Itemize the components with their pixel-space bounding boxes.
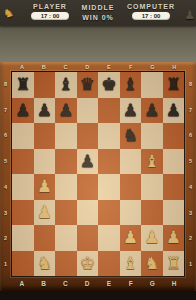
file-bottom-f: F [120,277,142,290]
square-h1[interactable]: ♜ [163,251,185,277]
square-e8[interactable]: ♚ [98,72,120,98]
square-a1[interactable] [12,251,34,277]
white-pawn-b3[interactable]: ♟ [34,200,56,226]
square-b1[interactable]: ♞ [34,251,56,277]
square-b8[interactable] [34,72,56,98]
chess-board-frame: ABCDEFGH 87654321 87654321 ♜♝♛♚♝♜♟♟♟♟♟♟♞… [0,62,196,291]
white-knight-g1[interactable]: ♞ [141,251,163,277]
file-top-e: E [98,62,120,71]
square-g8[interactable] [141,72,163,98]
square-h7[interactable]: ♟ [163,98,185,124]
file-bottom-c: C [55,277,77,290]
square-f1[interactable]: ♝ [120,251,142,277]
black-pawn-g7[interactable]: ♟ [141,98,163,124]
black-pawn-c7[interactable]: ♟ [55,98,77,124]
square-a7[interactable]: ♟ [12,98,34,124]
square-b5[interactable] [34,149,56,175]
square-d1[interactable]: ♚ [77,251,99,277]
rank-right-8: 8 [186,71,195,97]
file-top-c: C [55,62,77,71]
square-a8[interactable]: ♜ [12,72,34,98]
white-knight-b1[interactable]: ♞ [34,251,56,277]
black-knight-f6[interactable]: ♞ [120,123,142,149]
black-pawn-h7[interactable]: ♟ [163,98,185,124]
file-bottom-b: B [33,277,55,290]
bottom-strip [0,291,196,300]
file-bottom-a: A [11,277,33,290]
file-labels-top: ABCDEFGH [11,62,185,71]
square-e3[interactable] [98,200,120,226]
square-d7[interactable] [77,98,99,124]
square-b2[interactable] [34,225,56,251]
computer-label: COMPUTER [122,3,180,10]
black-pawn-b7[interactable]: ♟ [34,98,56,124]
square-g4[interactable] [141,174,163,200]
black-king-e8[interactable]: ♚ [98,72,120,98]
square-d2[interactable] [77,225,99,251]
black-rook-h8[interactable]: ♜ [163,72,185,98]
square-d5[interactable]: ♟ [77,149,99,175]
black-rook-a8[interactable]: ♜ [12,72,34,98]
square-c5[interactable] [55,149,77,175]
file-top-f: F [120,62,142,71]
rank-left-2: 2 [1,226,10,252]
square-g5[interactable]: ♝ [141,149,163,175]
rank-left-5: 5 [1,148,10,174]
square-e4[interactable] [98,174,120,200]
computer-panel: COMPUTER 17 : 00 [122,3,180,20]
square-a3[interactable] [12,200,34,226]
square-h2[interactable]: ♟ [163,225,185,251]
square-d8[interactable]: ♛ [77,72,99,98]
square-f6[interactable]: ♞ [120,123,142,149]
rank-right-7: 7 [186,97,195,123]
file-top-h: H [163,62,185,71]
white-pawn-g2[interactable]: ♟ [141,225,163,251]
rank-right-1: 1 [186,251,195,277]
file-bottom-d: D [76,277,98,290]
square-g3[interactable] [141,200,163,226]
square-c2[interactable] [55,225,77,251]
square-g6[interactable] [141,123,163,149]
rank-right-2: 2 [186,226,195,252]
file-top-b: B [33,62,55,71]
file-bottom-g: G [142,277,164,290]
rank-left-3: 3 [1,200,10,226]
black-bishop-c8[interactable]: ♝ [55,72,77,98]
square-f2[interactable]: ♟ [120,225,142,251]
rank-right-5: 5 [186,148,195,174]
square-e2[interactable] [98,225,120,251]
rank-left-7: 7 [1,97,10,123]
square-e6[interactable] [98,123,120,149]
square-c6[interactable] [55,123,77,149]
file-labels-bottom: ABCDEFGH [11,277,185,290]
square-d6[interactable] [77,123,99,149]
square-h3[interactable] [163,200,185,226]
white-pawn-h2[interactable]: ♟ [163,225,185,251]
rank-left-1: 1 [1,251,10,277]
file-bottom-e: E [98,277,120,290]
white-pawn-f2[interactable]: ♟ [120,225,142,251]
square-c4[interactable] [55,174,77,200]
square-g7[interactable]: ♟ [141,98,163,124]
file-top-a: A [11,62,33,71]
black-pawn-a7[interactable]: ♟ [12,98,34,124]
dark-piece-icon: ♟ [184,9,195,21]
square-g2[interactable]: ♟ [141,225,163,251]
square-h4[interactable] [163,174,185,200]
file-top-d: D [76,62,98,71]
black-pawn-d5[interactable]: ♟ [77,149,99,175]
background-wall [0,26,196,62]
computer-clock: 17 : 00 [132,12,170,20]
white-rook-h1[interactable]: ♜ [163,251,185,277]
square-d4[interactable] [77,174,99,200]
square-b6[interactable] [34,123,56,149]
square-c8[interactable]: ♝ [55,72,77,98]
file-bottom-h: H [163,277,185,290]
square-a2[interactable] [12,225,34,251]
rank-right-3: 3 [186,200,195,226]
square-d3[interactable] [77,200,99,226]
rank-left-6: 6 [1,123,10,149]
square-e5[interactable] [98,149,120,175]
square-c7[interactable]: ♟ [55,98,77,124]
black-queen-d8[interactable]: ♛ [77,72,99,98]
rank-right-4: 4 [186,174,195,200]
square-f5[interactable] [120,149,142,175]
white-bishop-g5[interactable]: ♝ [141,149,163,175]
chess-board[interactable]: ♜♝♛♚♝♜♟♟♟♟♟♟♞♟♝♟♟♟♟♟♞♚♝♞♜ [11,71,185,277]
square-e7[interactable] [98,98,120,124]
square-c3[interactable] [55,200,77,226]
file-top-g: G [142,62,164,71]
rank-right-6: 6 [186,123,195,149]
rank-left-4: 4 [1,174,10,200]
rank-labels-left: 87654321 [1,71,10,277]
black-bishop-f8[interactable]: ♝ [120,72,142,98]
rank-labels-right: 87654321 [186,71,195,277]
square-a4[interactable] [12,174,34,200]
black-pawn-f7[interactable]: ♟ [120,98,142,124]
square-h8[interactable]: ♜ [163,72,185,98]
square-f3[interactable] [120,200,142,226]
square-a6[interactable] [12,123,34,149]
white-pawn-b4[interactable]: ♟ [34,174,56,200]
square-h5[interactable] [163,149,185,175]
square-a5[interactable] [12,149,34,175]
square-f4[interactable] [120,174,142,200]
square-b7[interactable]: ♟ [34,98,56,124]
square-e1[interactable] [98,251,120,277]
square-h6[interactable] [163,123,185,149]
chess-app: ♞ PLAYER 17 : 00 MIDDLE WIN 0% COMPUTER … [0,0,196,300]
square-b4[interactable]: ♟ [34,174,56,200]
square-f7[interactable]: ♟ [120,98,142,124]
square-f8[interactable]: ♝ [120,72,142,98]
square-g1[interactable]: ♞ [141,251,163,277]
white-bishop-f1[interactable]: ♝ [120,251,142,277]
top-bar: ♞ PLAYER 17 : 00 MIDDLE WIN 0% COMPUTER … [0,0,196,26]
white-king-d1[interactable]: ♚ [77,251,99,277]
square-c1[interactable] [55,251,77,277]
square-b3[interactable]: ♟ [34,200,56,226]
rank-left-8: 8 [1,71,10,97]
